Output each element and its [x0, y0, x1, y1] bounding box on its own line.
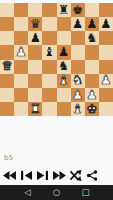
square-e7[interactable]	[57, 17, 71, 31]
move-navigation-toolbar	[2, 168, 100, 182]
square-b3[interactable]	[14, 74, 28, 88]
square-f4[interactable]	[71, 60, 85, 74]
square-f6[interactable]	[71, 31, 85, 45]
chess-board: ♜♚♛♟♟♟♟♞♟♝♟♛♞♝♞♟♟♟♜♝♚	[0, 3, 113, 116]
white-bishop-icon: ♝	[58, 74, 69, 87]
square-a5[interactable]	[0, 45, 14, 59]
black-pawn-icon: ♟	[86, 17, 97, 30]
square-d1[interactable]	[42, 102, 56, 116]
square-a7[interactable]	[0, 17, 14, 31]
square-c5[interactable]	[28, 45, 42, 59]
square-d4[interactable]	[42, 60, 56, 74]
white-bishop-icon: ♝	[72, 102, 83, 115]
black-pawn-icon: ♟	[100, 17, 111, 30]
square-e2[interactable]	[57, 88, 71, 102]
next-move-button[interactable]	[35, 169, 50, 181]
square-g1[interactable]: ♚	[85, 102, 99, 116]
square-h1[interactable]	[99, 102, 113, 116]
last-move-label: b5	[4, 154, 13, 162]
black-king-icon: ♚	[72, 3, 83, 16]
share-icon	[86, 170, 98, 181]
white-king-icon: ♚	[86, 102, 97, 115]
nav-home-button[interactable]: ○	[52, 188, 62, 197]
square-a2[interactable]	[0, 88, 14, 102]
square-g6[interactable]: ♞	[85, 31, 99, 45]
android-navigation-bar: ◁ ○ □	[0, 185, 113, 200]
white-pawn-icon: ♟	[86, 88, 97, 101]
back-icon: ◁	[24, 188, 31, 197]
square-b2[interactable]	[14, 88, 28, 102]
share-button[interactable]	[85, 169, 100, 181]
black-pawn-icon: ♟	[72, 17, 83, 30]
black-queen-icon: ♛	[30, 17, 41, 30]
rewind-button[interactable]	[2, 169, 17, 181]
previous-move-icon	[20, 170, 33, 181]
white-knight-icon: ♞	[72, 74, 83, 87]
square-c3[interactable]	[28, 74, 42, 88]
square-b6[interactable]	[14, 31, 28, 45]
square-h4[interactable]	[99, 60, 113, 74]
square-f8[interactable]: ♚	[71, 3, 85, 17]
square-c4[interactable]	[28, 60, 42, 74]
next-move-icon	[36, 170, 49, 181]
square-b1[interactable]	[14, 102, 28, 116]
square-b7[interactable]	[14, 17, 28, 31]
square-h7[interactable]: ♟	[99, 17, 113, 31]
square-h5[interactable]	[99, 45, 113, 59]
square-b4[interactable]	[14, 60, 28, 74]
chess-app-screen: ♜♚♛♟♟♟♟♞♟♝♟♛♞♝♞♟♟♟♜♝♚ b5	[0, 0, 113, 200]
square-g4[interactable]	[85, 60, 99, 74]
square-g5[interactable]	[85, 45, 99, 59]
black-pawn-icon: ♟	[30, 32, 41, 45]
square-f5[interactable]	[71, 45, 85, 59]
square-c1[interactable]: ♜	[28, 102, 42, 116]
black-bishop-icon: ♝	[44, 46, 55, 59]
black-pawn-icon: ♟	[58, 46, 69, 59]
black-knight-icon: ♞	[86, 32, 97, 45]
square-h3[interactable]: ♟	[99, 74, 113, 88]
fast-forward-button[interactable]	[52, 169, 67, 181]
square-g2[interactable]: ♟	[85, 88, 99, 102]
square-h6[interactable]	[99, 31, 113, 45]
square-g8[interactable]	[85, 3, 99, 17]
square-e1[interactable]	[57, 102, 71, 116]
square-c2[interactable]	[28, 88, 42, 102]
square-h2[interactable]	[99, 88, 113, 102]
black-rook-icon: ♜	[58, 3, 69, 16]
square-a8[interactable]	[0, 3, 14, 17]
square-d8[interactable]	[42, 3, 56, 17]
recents-icon: □	[81, 188, 89, 197]
square-c7[interactable]: ♛	[28, 17, 42, 31]
square-a4[interactable]: ♛	[0, 60, 14, 74]
previous-move-button[interactable]	[19, 169, 34, 181]
square-d5[interactable]: ♝	[42, 45, 56, 59]
square-e8[interactable]: ♜	[57, 3, 71, 17]
shuffle-button[interactable]	[68, 169, 83, 181]
rewind-icon	[2, 170, 17, 181]
square-d2[interactable]	[42, 88, 56, 102]
square-c8[interactable]	[28, 3, 42, 17]
square-g7[interactable]: ♟	[85, 17, 99, 31]
white-pawn-icon: ♟	[72, 88, 83, 101]
white-pawn-icon: ♟	[16, 46, 27, 59]
fast-forward-icon	[52, 170, 67, 181]
square-b5[interactable]: ♟	[14, 45, 28, 59]
square-d6[interactable]	[42, 31, 56, 45]
white-rook-icon: ♜	[30, 102, 41, 115]
square-c6[interactable]: ♟	[28, 31, 42, 45]
square-f3[interactable]: ♞	[71, 74, 85, 88]
square-d7[interactable]	[42, 17, 56, 31]
square-e3[interactable]: ♝	[57, 74, 71, 88]
black-knight-icon: ♞	[58, 60, 69, 73]
square-f1[interactable]: ♝	[71, 102, 85, 116]
square-d3[interactable]	[42, 74, 56, 88]
square-g3[interactable]	[85, 74, 99, 88]
square-a6[interactable]	[0, 31, 14, 45]
nav-recents-button[interactable]: □	[81, 188, 91, 197]
square-e4[interactable]: ♞	[57, 60, 71, 74]
square-b8[interactable]	[14, 3, 28, 17]
square-h8[interactable]	[99, 3, 113, 17]
nav-back-button[interactable]: ◁	[23, 188, 33, 197]
shuffle-icon	[69, 170, 82, 181]
square-f7[interactable]: ♟	[71, 17, 85, 31]
white-pawn-icon: ♟	[100, 74, 111, 87]
home-icon: ○	[53, 188, 60, 197]
square-a3[interactable]	[0, 74, 14, 88]
white-queen-icon: ♛	[1, 60, 12, 73]
square-e5[interactable]: ♟	[57, 45, 71, 59]
square-e6[interactable]	[57, 31, 71, 45]
square-a1[interactable]	[0, 102, 14, 116]
square-f2[interactable]: ♟	[71, 88, 85, 102]
